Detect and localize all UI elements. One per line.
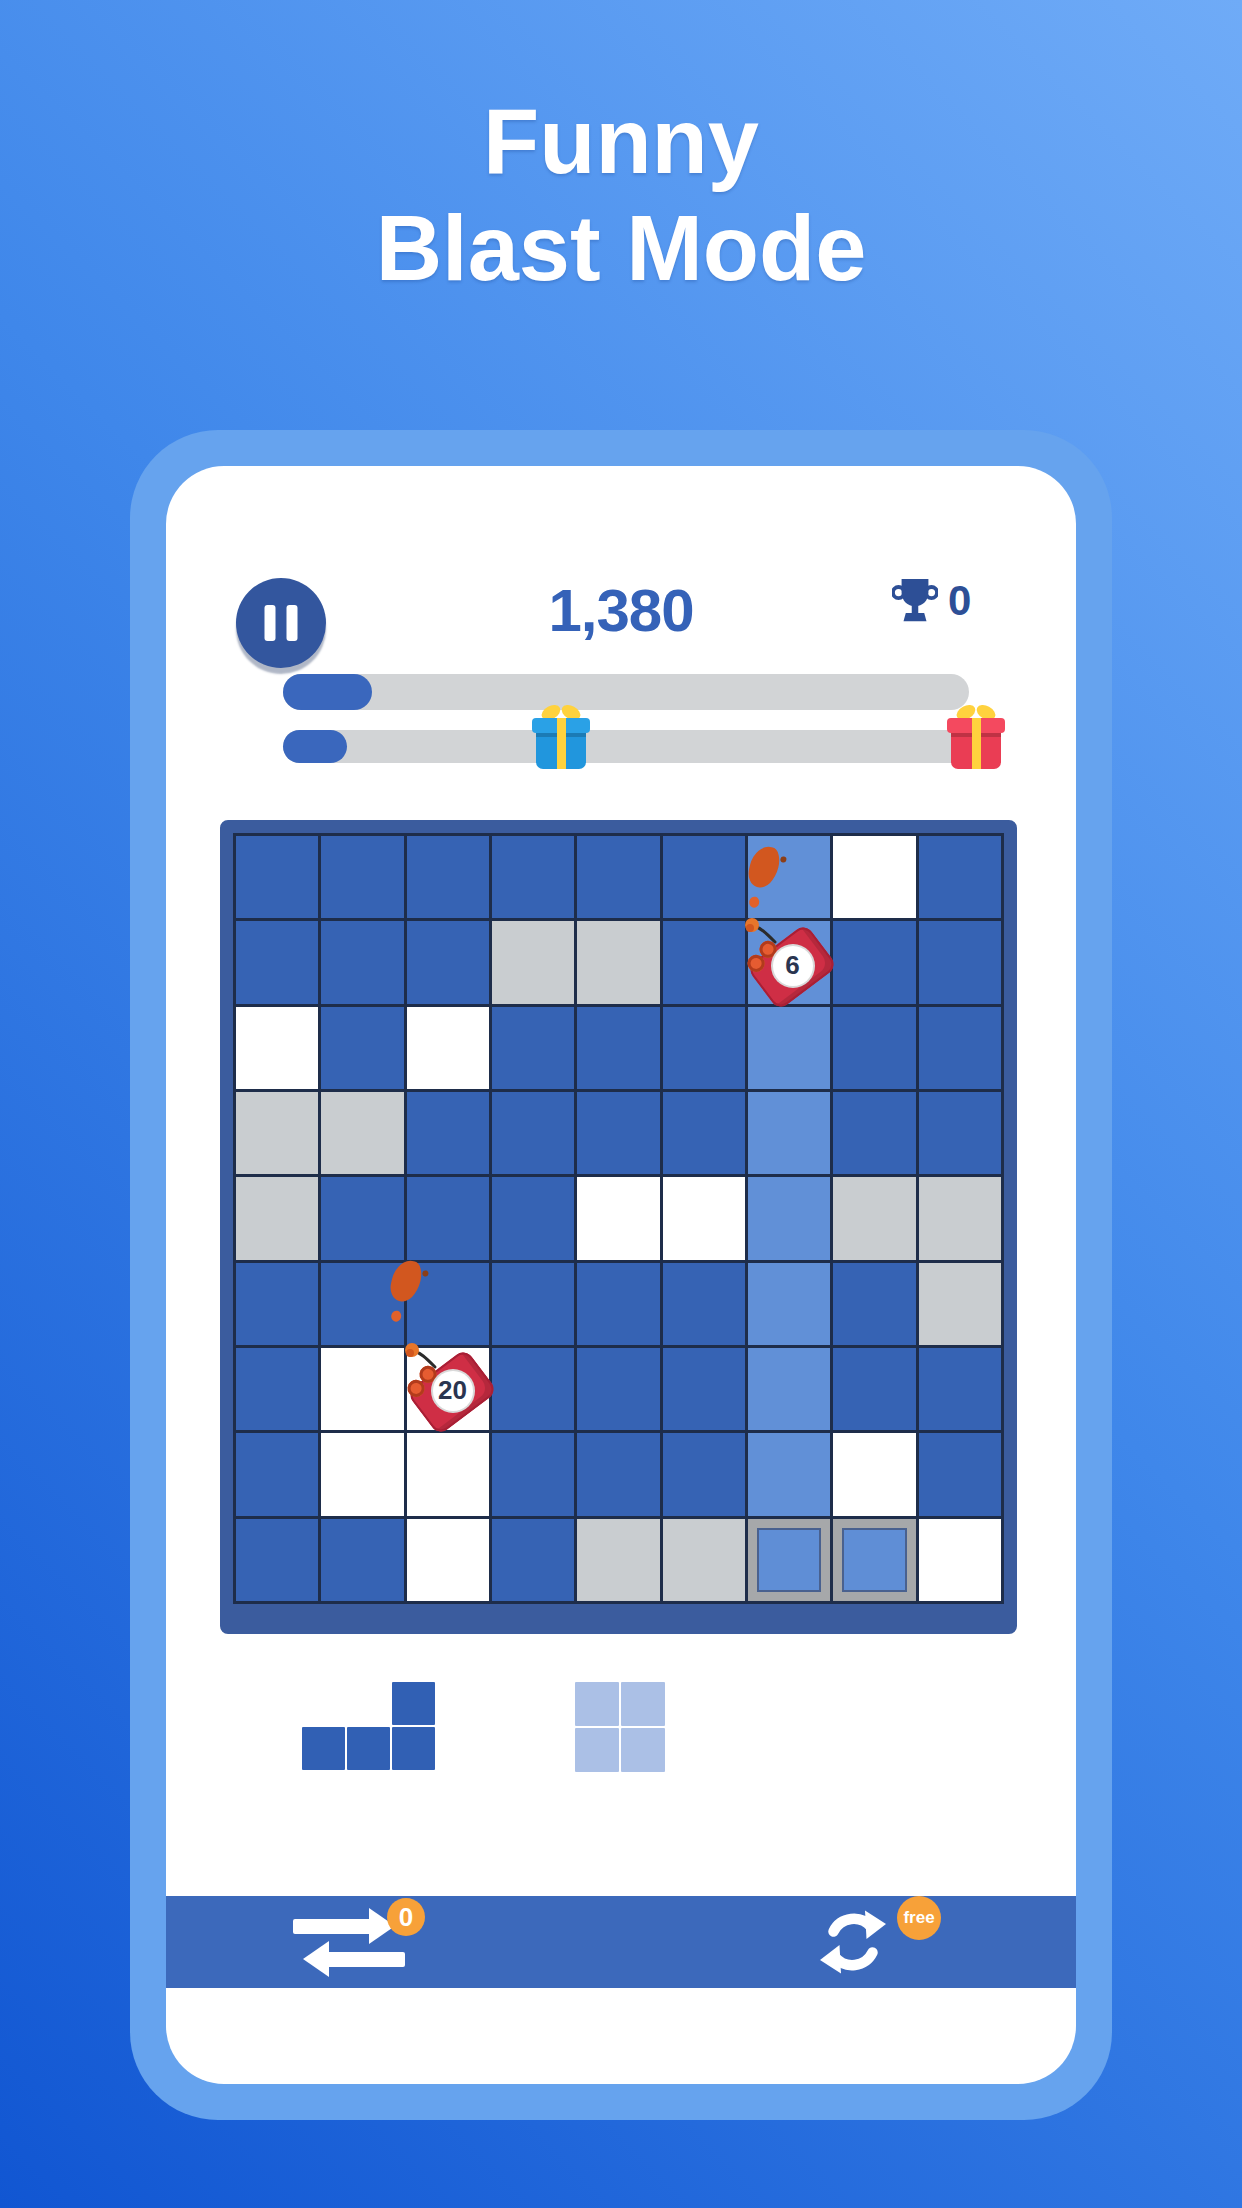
cell-r8c3[interactable]: [407, 1433, 489, 1515]
cell-r7c1[interactable]: [236, 1348, 318, 1430]
cell-r9c9[interactable]: [919, 1519, 1001, 1601]
cell-r7c6[interactable]: [663, 1348, 745, 1430]
cell-r6c3[interactable]: [407, 1263, 489, 1345]
cell-r1c8[interactable]: [833, 836, 915, 918]
tray-piece-cell: [392, 1727, 435, 1770]
cell-r8c7[interactable]: [748, 1433, 830, 1515]
cell-r3c2[interactable]: [321, 1007, 403, 1089]
cell-r4c3[interactable]: [407, 1092, 489, 1174]
trophy-count: 0: [948, 576, 971, 626]
cell-r1c9[interactable]: [919, 836, 1001, 918]
cell-r6c2[interactable]: [321, 1263, 403, 1345]
cell-r4c4[interactable]: [492, 1092, 574, 1174]
cell-r6c1[interactable]: [236, 1263, 318, 1345]
cell-r4c8[interactable]: [833, 1092, 915, 1174]
cell-r2c3[interactable]: [407, 921, 489, 1003]
refresh-pieces-button[interactable]: free: [793, 1896, 953, 1988]
cell-r3c3[interactable]: [407, 1007, 489, 1089]
cell-r7c8[interactable]: [833, 1348, 915, 1430]
cell-r7c9[interactable]: [919, 1348, 1001, 1430]
cell-r6c6[interactable]: [663, 1263, 745, 1345]
cell-r5c4[interactable]: [492, 1177, 574, 1259]
tray-piece-square-2x2-piece[interactable]: [575, 1682, 665, 1772]
cell-r5c1[interactable]: [236, 1177, 318, 1259]
cell-r6c5[interactable]: [577, 1263, 659, 1345]
cell-r9c1[interactable]: [236, 1519, 318, 1601]
swap-pieces-button[interactable]: 0: [279, 1896, 439, 1988]
cell-r8c4[interactable]: [492, 1433, 574, 1515]
tray-piece-L-piece[interactable]: [302, 1682, 435, 1770]
tray-piece-empty: [347, 1682, 390, 1725]
cell-r9c6[interactable]: [663, 1519, 745, 1601]
progress-bar-1-fill: [283, 674, 372, 710]
tray-piece-cell: [302, 1727, 345, 1770]
cell-r8c9[interactable]: [919, 1433, 1001, 1515]
cell-r7c4[interactable]: [492, 1348, 574, 1430]
cell-r6c4[interactable]: [492, 1263, 574, 1345]
cell-r8c5[interactable]: [577, 1433, 659, 1515]
cell-r4c9[interactable]: [919, 1092, 1001, 1174]
title-line-1: Funny: [0, 88, 1242, 195]
cell-r6c8[interactable]: [833, 1263, 915, 1345]
cell-r2c4[interactable]: [492, 921, 574, 1003]
cell-r1c7[interactable]: [748, 836, 830, 918]
cell-r1c4[interactable]: [492, 836, 574, 918]
app-screen: Funny Blast Mode 1,380 0: [0, 0, 1242, 2208]
trophy-icon: [892, 576, 938, 626]
cell-r2c6[interactable]: [663, 921, 745, 1003]
progress-bar-1: [283, 674, 969, 710]
cell-r3c6[interactable]: [663, 1007, 745, 1089]
cell-r2c2[interactable]: [321, 921, 403, 1003]
progress-bar-2: [283, 730, 997, 763]
cell-r6c9[interactable]: [919, 1263, 1001, 1345]
cell-r6c7[interactable]: [748, 1263, 830, 1345]
tray-piece-cell: [575, 1728, 619, 1772]
progress-bar-2-fill: [283, 730, 347, 763]
cell-r9c8[interactable]: [833, 1519, 915, 1601]
tray-piece-cell: [575, 1682, 619, 1726]
cell-r5c2[interactable]: [321, 1177, 403, 1259]
cell-r4c2[interactable]: [321, 1092, 403, 1174]
cell-r5c6[interactable]: [663, 1177, 745, 1259]
tray-piece-cell: [347, 1727, 390, 1770]
page-title: Funny Blast Mode: [0, 88, 1242, 301]
tray-piece-empty: [302, 1682, 345, 1725]
cell-r9c3[interactable]: [407, 1519, 489, 1601]
title-line-2: Blast Mode: [0, 195, 1242, 302]
cell-r9c4[interactable]: [492, 1519, 574, 1601]
game-card: 1,380 0: [166, 466, 1076, 2084]
cell-r9c7[interactable]: [748, 1519, 830, 1601]
cell-r8c8[interactable]: [833, 1433, 915, 1515]
cell-r7c2[interactable]: [321, 1348, 403, 1430]
cell-r2c8[interactable]: [833, 921, 915, 1003]
cell-r7c7[interactable]: [748, 1348, 830, 1430]
cell-r5c7[interactable]: [748, 1177, 830, 1259]
cell-r8c2[interactable]: [321, 1433, 403, 1515]
cell-r3c7[interactable]: [748, 1007, 830, 1089]
cell-r2c5[interactable]: [577, 921, 659, 1003]
gift-blue-icon: [532, 704, 590, 768]
refresh-icon: [815, 1906, 891, 1978]
trophy-counter: 0: [892, 576, 971, 626]
tray-piece-cell: [621, 1682, 665, 1726]
cell-r7c3[interactable]: [407, 1348, 489, 1430]
cell-r5c5[interactable]: [577, 1177, 659, 1259]
cell-r8c6[interactable]: [663, 1433, 745, 1515]
cell-r4c1[interactable]: [236, 1092, 318, 1174]
cell-r9c5[interactable]: [577, 1519, 659, 1601]
cell-r5c8[interactable]: [833, 1177, 915, 1259]
cell-r9c2[interactable]: [321, 1519, 403, 1601]
tray-piece-cell: [392, 1682, 435, 1725]
refresh-free-badge: free: [897, 1896, 941, 1940]
gift-red-icon: [947, 704, 1005, 768]
cell-r1c5[interactable]: [577, 836, 659, 918]
cell-r7c5[interactable]: [577, 1348, 659, 1430]
cell-r8c1[interactable]: [236, 1433, 318, 1515]
cell-r1c3[interactable]: [407, 836, 489, 918]
cell-r5c3[interactable]: [407, 1177, 489, 1259]
game-card-frame: 1,380 0: [130, 430, 1112, 2120]
cell-r2c9[interactable]: [919, 921, 1001, 1003]
cell-r4c5[interactable]: [577, 1092, 659, 1174]
cell-r3c4[interactable]: [492, 1007, 574, 1089]
cell-r3c8[interactable]: [833, 1007, 915, 1089]
cell-r1c6[interactable]: [663, 836, 745, 918]
board-grid: [233, 833, 1004, 1604]
bottom-action-bar: 0 free: [166, 1896, 1076, 1988]
swap-count-badge: 0: [387, 1898, 425, 1936]
game-board: 620: [220, 820, 1017, 1634]
cell-r1c2[interactable]: [321, 836, 403, 918]
cell-r2c1[interactable]: [236, 921, 318, 1003]
cell-r2c7[interactable]: [748, 921, 830, 1003]
cell-r3c1[interactable]: [236, 1007, 318, 1089]
cell-r1c1[interactable]: [236, 836, 318, 918]
cell-r3c9[interactable]: [919, 1007, 1001, 1089]
cell-r3c5[interactable]: [577, 1007, 659, 1089]
cell-r5c9[interactable]: [919, 1177, 1001, 1259]
tray-piece-cell: [621, 1728, 665, 1772]
cell-r4c7[interactable]: [748, 1092, 830, 1174]
cell-r4c6[interactable]: [663, 1092, 745, 1174]
